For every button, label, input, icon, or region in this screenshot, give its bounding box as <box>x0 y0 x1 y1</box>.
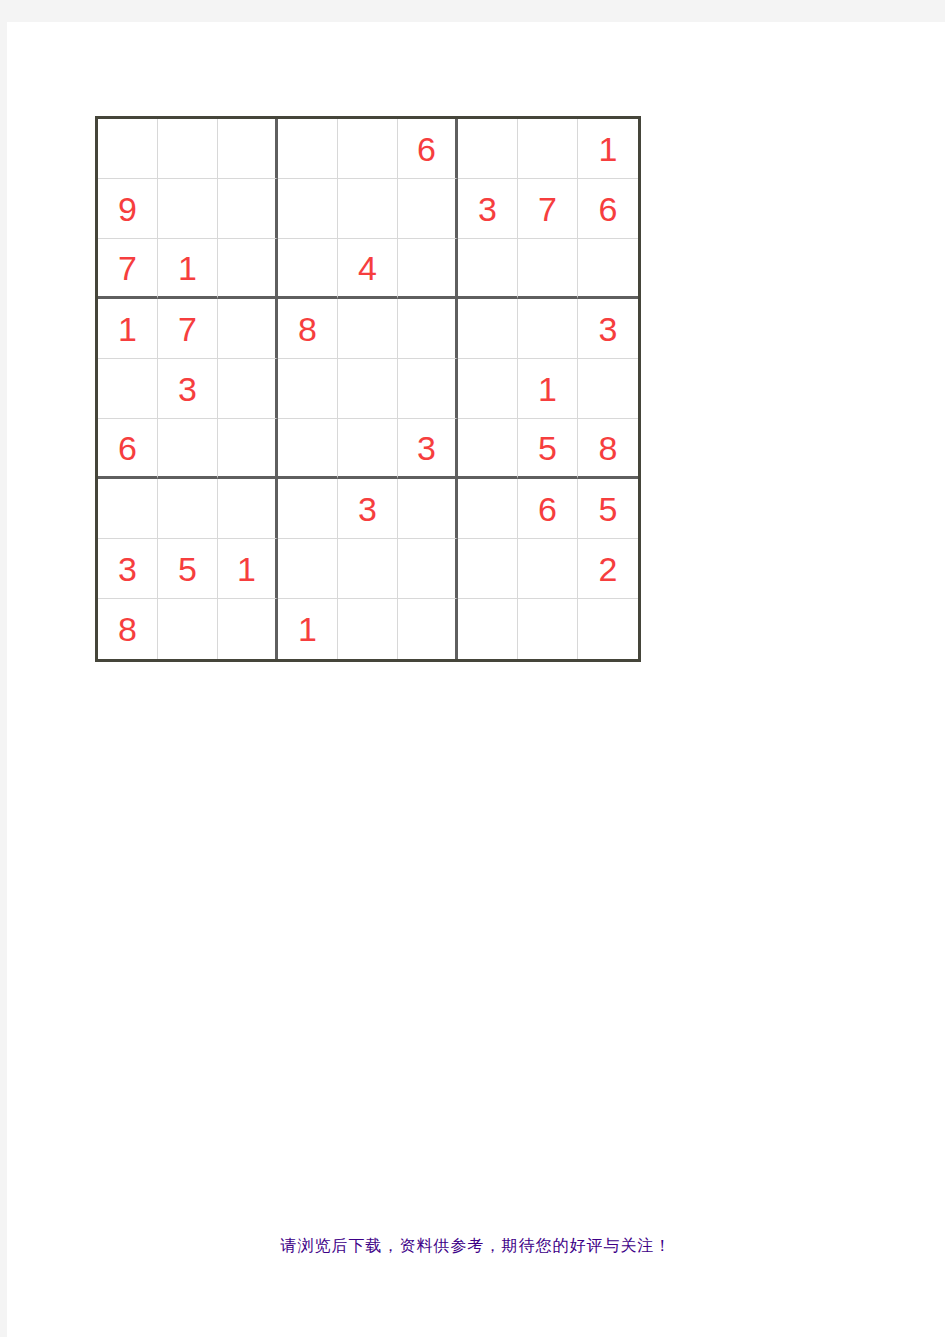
footer-note: 请浏览后下载，资料供参考，期待您的好评与关注！ <box>7 1236 945 1257</box>
sudoku-cell-r4c2: 7 <box>158 299 218 359</box>
sudoku-cell-r3c4 <box>278 239 338 299</box>
sudoku-cell-r7c3 <box>218 479 278 539</box>
sudoku-cell-r5c8: 1 <box>518 359 578 419</box>
sudoku-cell-r7c7 <box>458 479 518 539</box>
sudoku-cell-r5c1 <box>98 359 158 419</box>
sudoku-cell-r7c1 <box>98 479 158 539</box>
sudoku-cell-r5c6 <box>398 359 458 419</box>
sudoku-cell-r4c8 <box>518 299 578 359</box>
sudoku-cell-r6c3 <box>218 419 278 479</box>
sudoku-cell-r8c7 <box>458 539 518 599</box>
sudoku-cell-r1c7 <box>458 119 518 179</box>
sudoku-cell-r4c9: 3 <box>578 299 638 359</box>
sudoku-cell-r4c4: 8 <box>278 299 338 359</box>
sudoku-cell-r5c3 <box>218 359 278 419</box>
sudoku-cell-r6c6: 3 <box>398 419 458 479</box>
sudoku-cell-r9c9 <box>578 599 638 659</box>
sudoku-cell-r6c9: 8 <box>578 419 638 479</box>
sudoku-cell-r4c1: 1 <box>98 299 158 359</box>
sudoku-cell-r4c7 <box>458 299 518 359</box>
sudoku-cell-r8c8 <box>518 539 578 599</box>
sudoku-cell-r1c6: 6 <box>398 119 458 179</box>
sudoku-cell-r1c5 <box>338 119 398 179</box>
sudoku-cell-r2c7: 3 <box>458 179 518 239</box>
document-page: 6193767141783316358365351281 请浏览后下载，资料供参… <box>7 22 945 1337</box>
sudoku-cell-r6c7 <box>458 419 518 479</box>
sudoku-cell-r3c1: 7 <box>98 239 158 299</box>
sudoku-cell-r7c5: 3 <box>338 479 398 539</box>
sudoku-cell-r2c6 <box>398 179 458 239</box>
sudoku-cell-r2c3 <box>218 179 278 239</box>
sudoku-cell-r8c4 <box>278 539 338 599</box>
viewport-canvas: 6193767141783316358365351281 请浏览后下载，资料供参… <box>0 0 945 1337</box>
sudoku-cell-r1c3 <box>218 119 278 179</box>
sudoku-cell-r8c1: 3 <box>98 539 158 599</box>
sudoku-cell-r5c7 <box>458 359 518 419</box>
sudoku-cell-r9c2 <box>158 599 218 659</box>
sudoku-cell-r3c8 <box>518 239 578 299</box>
sudoku-cell-r7c8: 6 <box>518 479 578 539</box>
sudoku-cell-r6c8: 5 <box>518 419 578 479</box>
sudoku-cell-r9c7 <box>458 599 518 659</box>
sudoku-cell-r3c9 <box>578 239 638 299</box>
sudoku-board: 6193767141783316358365351281 <box>95 116 641 662</box>
sudoku-cell-r9c1: 8 <box>98 599 158 659</box>
sudoku-cell-r8c5 <box>338 539 398 599</box>
sudoku-cell-r2c8: 7 <box>518 179 578 239</box>
sudoku-cell-r7c6 <box>398 479 458 539</box>
sudoku-cell-r1c1 <box>98 119 158 179</box>
sudoku-cell-r4c6 <box>398 299 458 359</box>
sudoku-cell-r6c2 <box>158 419 218 479</box>
sudoku-cell-r3c3 <box>218 239 278 299</box>
sudoku-cell-r7c9: 5 <box>578 479 638 539</box>
sudoku-cell-r3c2: 1 <box>158 239 218 299</box>
sudoku-cell-r6c1: 6 <box>98 419 158 479</box>
sudoku-cell-r9c6 <box>398 599 458 659</box>
sudoku-cell-r1c8 <box>518 119 578 179</box>
sudoku-cell-r5c5 <box>338 359 398 419</box>
sudoku-cell-r2c9: 6 <box>578 179 638 239</box>
sudoku-cell-r3c7 <box>458 239 518 299</box>
sudoku-cell-r1c2 <box>158 119 218 179</box>
sudoku-cell-r7c4 <box>278 479 338 539</box>
sudoku-cell-r6c5 <box>338 419 398 479</box>
sudoku-cell-r2c4 <box>278 179 338 239</box>
sudoku-cell-r9c8 <box>518 599 578 659</box>
sudoku-cell-r3c5: 4 <box>338 239 398 299</box>
sudoku-cell-r9c3 <box>218 599 278 659</box>
sudoku-cell-r8c3: 1 <box>218 539 278 599</box>
sudoku-cell-r7c2 <box>158 479 218 539</box>
sudoku-cell-r3c6 <box>398 239 458 299</box>
sudoku-cell-r9c5 <box>338 599 398 659</box>
sudoku-cell-r5c2: 3 <box>158 359 218 419</box>
sudoku-cell-r5c9 <box>578 359 638 419</box>
sudoku-cell-r8c6 <box>398 539 458 599</box>
sudoku-cell-r2c1: 9 <box>98 179 158 239</box>
sudoku-cell-r4c3 <box>218 299 278 359</box>
sudoku-cell-r8c9: 2 <box>578 539 638 599</box>
sudoku-cell-r2c2 <box>158 179 218 239</box>
sudoku-cell-r6c4 <box>278 419 338 479</box>
sudoku-cell-r4c5 <box>338 299 398 359</box>
sudoku-cell-r9c4: 1 <box>278 599 338 659</box>
sudoku-cell-r8c2: 5 <box>158 539 218 599</box>
sudoku-cell-r2c5 <box>338 179 398 239</box>
sudoku-cell-r1c9: 1 <box>578 119 638 179</box>
sudoku-cell-r1c4 <box>278 119 338 179</box>
sudoku-cell-r5c4 <box>278 359 338 419</box>
